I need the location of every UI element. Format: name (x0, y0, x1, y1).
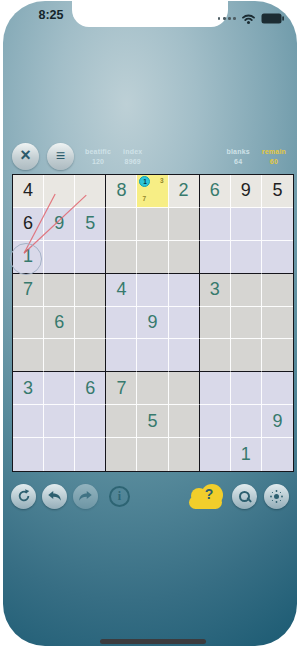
cell-r6c1[interactable] (13, 339, 44, 372)
info-button[interactable]: i (109, 486, 130, 507)
redo-icon (78, 490, 93, 502)
close-button[interactable]: × (12, 143, 39, 170)
cell-r3c7[interactable] (200, 241, 231, 274)
status-icons (218, 13, 284, 24)
stat-blanks: blanks 64 (226, 147, 249, 165)
cell-r6c4[interactable] (106, 339, 137, 372)
stat-index: index 8969 (123, 147, 142, 165)
restart-icon (17, 489, 31, 503)
cell-r3c2[interactable] (44, 241, 75, 274)
stats-right: blanks 64 remain 60 (226, 147, 286, 165)
cell-r7c8[interactable] (231, 372, 262, 405)
cell-r1c2[interactable] (44, 175, 75, 208)
cell-r5c2[interactable]: 6 (44, 307, 75, 340)
cell-r2c7[interactable] (200, 208, 231, 241)
cell-r7c7[interactable] (200, 372, 231, 405)
cell-r5c7[interactable] (200, 307, 231, 340)
stat-remain: remain 60 (262, 147, 286, 165)
redo-button[interactable] (73, 484, 98, 509)
cell-r9c4[interactable] (106, 438, 137, 471)
cell-r3c8[interactable] (231, 241, 262, 274)
stat-beatific: beatific 120 (85, 147, 111, 165)
cell-r7c3[interactable]: 6 (75, 372, 106, 405)
cell-r9c7[interactable] (200, 438, 231, 471)
cell-r2c6[interactable] (169, 208, 200, 241)
cell-r9c8[interactable]: 1 (231, 438, 262, 471)
cell-r6c6[interactable] (169, 339, 200, 372)
cell-r8c9[interactable]: 9 (262, 405, 293, 438)
cell-r2c2[interactable]: 9 (44, 208, 75, 241)
cell-r2c1[interactable]: 6 (13, 208, 44, 241)
cell-r4c6[interactable] (169, 274, 200, 307)
cell-r5c4[interactable] (106, 307, 137, 340)
candidate-1: 1 (139, 176, 150, 187)
cell-r5c5[interactable]: 9 (137, 307, 168, 340)
cell-r4c2[interactable] (44, 274, 75, 307)
sudoku-board: 481372695695174369367591 (12, 174, 294, 472)
cell-r9c3[interactable] (75, 438, 106, 471)
cell-r5c8[interactable] (231, 307, 262, 340)
cell-r8c3[interactable] (75, 405, 106, 438)
cell-r5c6[interactable] (169, 307, 200, 340)
cellular-dots-icon (218, 17, 236, 20)
cell-r6c2[interactable] (44, 339, 75, 372)
cell-r5c1[interactable] (13, 307, 44, 340)
cell-r8c2[interactable] (44, 405, 75, 438)
bottom-toolbar: i ? (11, 482, 289, 510)
candidate-7: 7 (142, 196, 146, 203)
cell-r3c5[interactable] (137, 241, 168, 274)
help-button[interactable]: ? (189, 484, 225, 509)
cell-r6c7[interactable] (200, 339, 231, 372)
cell-r1c3[interactable] (75, 175, 106, 208)
cell-r7c9[interactable] (262, 372, 293, 405)
cell-r1c1[interactable]: 4 (13, 175, 44, 208)
cell-r1c6[interactable]: 2 (169, 175, 200, 208)
menu-button[interactable]: ≡ (47, 143, 74, 170)
cell-r6c3[interactable] (75, 339, 106, 372)
search-icon (238, 490, 251, 503)
search-button[interactable] (232, 484, 257, 509)
cell-r9c6[interactable] (169, 438, 200, 471)
info-icon: i (118, 489, 121, 504)
cell-r4c7[interactable]: 3 (200, 274, 231, 307)
brightness-icon (274, 494, 279, 499)
cell-r1c8[interactable]: 9 (231, 175, 262, 208)
cell-r8c1[interactable] (13, 405, 44, 438)
menu-icon: ≡ (56, 147, 65, 165)
cell-r8c8[interactable] (231, 405, 262, 438)
cell-r6c9[interactable] (262, 339, 293, 372)
cell-r1c5[interactable]: 137 (137, 175, 168, 208)
cell-r7c6[interactable] (169, 372, 200, 405)
cell-r9c2[interactable] (44, 438, 75, 471)
cell-r1c9[interactable]: 5 (262, 175, 293, 208)
cell-r7c5[interactable] (137, 372, 168, 405)
top-toolbar: × ≡ beatific 120 index 8969 blanks 64 re… (12, 142, 288, 171)
sudoku-grid: 481372695695174369367591 (13, 175, 293, 471)
close-icon: × (20, 145, 31, 166)
undo-icon (47, 490, 62, 502)
cell-r2c8[interactable] (231, 208, 262, 241)
cell-r3c3[interactable] (75, 241, 106, 274)
cell-r3c4[interactable] (106, 241, 137, 274)
cell-r4c9[interactable] (262, 274, 293, 307)
restart-button[interactable] (11, 484, 36, 509)
undo-button[interactable] (42, 484, 67, 509)
cell-r8c7[interactable] (200, 405, 231, 438)
phone-screen: 8:25 × ≡ beatific 120 index 8969 (3, 1, 297, 646)
cell-r7c4[interactable]: 7 (106, 372, 137, 405)
cell-r7c1[interactable]: 3 (13, 372, 44, 405)
cell-r7c2[interactable] (44, 372, 75, 405)
cell-r2c4[interactable] (106, 208, 137, 241)
cell-r9c1[interactable] (13, 438, 44, 471)
cell-r4c3[interactable] (75, 274, 106, 307)
cell-r4c8[interactable] (231, 274, 262, 307)
question-mark: ? (193, 486, 225, 502)
cell-r8c4[interactable] (106, 405, 137, 438)
stats-left: beatific 120 index 8969 (85, 147, 142, 165)
candidate-3: 3 (160, 178, 164, 185)
cell-r9c9[interactable] (262, 438, 293, 471)
cell-r1c4[interactable]: 8 (106, 175, 137, 208)
wifi-icon (241, 13, 256, 24)
cell-r2c9[interactable] (262, 208, 293, 241)
battery-icon (261, 13, 284, 24)
cell-r5c3[interactable] (75, 307, 106, 340)
cell-r8c5[interactable]: 5 (137, 405, 168, 438)
cell-r4c4[interactable]: 4 (106, 274, 137, 307)
cell-r8c6[interactable] (169, 405, 200, 438)
cell-r2c5[interactable] (137, 208, 168, 241)
cell-r6c8[interactable] (231, 339, 262, 372)
notch (72, 0, 228, 27)
cell-r9c5[interactable] (137, 438, 168, 471)
cell-r4c5[interactable] (137, 274, 168, 307)
cell-r3c9[interactable] (262, 241, 293, 274)
cell-r3c6[interactable] (169, 241, 200, 274)
cell-r1c7[interactable]: 6 (200, 175, 231, 208)
cell-r3c1[interactable]: 1 (13, 241, 44, 274)
brightness-button[interactable] (264, 484, 289, 509)
home-indicator[interactable] (100, 639, 206, 644)
cell-r2c3[interactable]: 5 (75, 208, 106, 241)
cell-r6c5[interactable] (137, 339, 168, 372)
status-time: 8:25 (25, 8, 77, 22)
cell-r4c1[interactable]: 7 (13, 274, 44, 307)
cell-r5c9[interactable] (262, 307, 293, 340)
